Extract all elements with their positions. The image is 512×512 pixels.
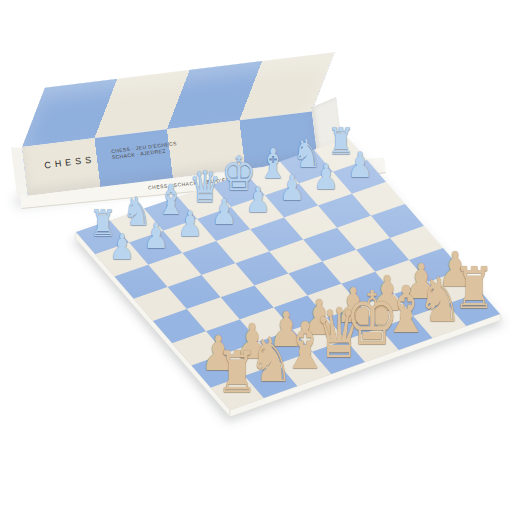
product-photo-chess-set: CHESS · SCHACH · JEU D'ÉCHECS · AJEDREZ … bbox=[0, 0, 512, 512]
piece-blue-pawn: ♟ bbox=[313, 159, 339, 194]
piece-blue-pawn: ♟ bbox=[143, 218, 169, 253]
piece-blue-pawn: ♟ bbox=[177, 206, 203, 241]
piece-blue-pawn: ♟ bbox=[211, 194, 237, 229]
piece-blue-pawn: ♟ bbox=[347, 147, 373, 182]
piece-blue-pawn: ♟ bbox=[279, 171, 305, 206]
piece-blue-pawn: ♟ bbox=[109, 230, 135, 265]
piece-wood-rook: ♜ bbox=[453, 260, 495, 317]
piece-blue-pawn: ♟ bbox=[245, 183, 271, 218]
